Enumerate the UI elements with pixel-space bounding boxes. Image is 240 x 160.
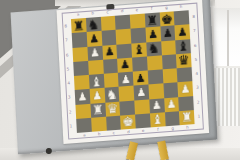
chess-board-sheet: abcdefgh abcdefgh 87654321 87654321 ♜♞♜♚… <box>56 0 209 144</box>
square-g5 <box>161 54 176 69</box>
square-d4: ♟ <box>118 72 133 87</box>
square-h4 <box>177 67 192 82</box>
coord-label-8: 8 <box>64 19 67 33</box>
coord-label-g: g <box>165 126 180 131</box>
square-e1 <box>135 113 150 128</box>
square-f6: ♞ <box>146 41 161 56</box>
white-pawn-e3: ♟ <box>134 85 149 100</box>
white-pawn-g2: ♟ <box>164 97 179 112</box>
square-h5: ♛ <box>176 53 191 68</box>
coord-label-7: 7 <box>193 24 196 38</box>
white-pawn-d4: ♟ <box>118 72 133 87</box>
coord-label-e: e <box>129 8 144 13</box>
coord-label-d: d <box>115 9 130 14</box>
white-pawn-a3: ♟ <box>75 89 90 104</box>
coord-label-f: f <box>144 6 159 11</box>
black-rook-f8: ♜ <box>145 12 160 27</box>
square-a7 <box>72 32 87 47</box>
coord-label-3: 3 <box>68 91 71 105</box>
photo-scene: abcdefgh abcdefgh 87654321 87654321 ♜♞♜♚… <box>0 0 240 160</box>
coord-label-2: 2 <box>197 95 200 109</box>
square-d3 <box>119 86 134 101</box>
coord-label-h: h <box>180 125 195 130</box>
square-h8 <box>174 10 189 25</box>
black-pawn-e4: ♟ <box>133 70 148 85</box>
square-h3: ♟ <box>178 81 193 96</box>
square-d6 <box>117 43 132 58</box>
coord-label-8: 8 <box>192 10 195 24</box>
square-d1: ♚ <box>120 114 135 129</box>
coord-label-1: 1 <box>197 109 200 123</box>
white-pawn-b6: ♟ <box>87 45 102 60</box>
square-c5 <box>103 58 118 73</box>
coord-label-c: c <box>106 131 121 136</box>
coord-label-2: 2 <box>68 105 71 119</box>
square-f5 <box>147 55 162 70</box>
square-c2: ♛ <box>105 101 120 116</box>
square-c6: ♟ <box>102 44 117 59</box>
square-g1 <box>164 111 179 126</box>
square-f4 <box>148 69 163 84</box>
square-f8: ♜ <box>145 12 160 27</box>
black-knight-f6: ♞ <box>146 41 161 56</box>
square-g8: ♚ <box>159 11 174 26</box>
black-bishop-e6: ♝ <box>131 42 146 57</box>
square-g4 <box>162 68 177 83</box>
square-e8 <box>130 14 145 29</box>
black-pawn-d5: ♟ <box>117 57 132 72</box>
square-a4 <box>74 75 89 90</box>
square-b4: ♝ <box>89 74 104 89</box>
window-frame <box>227 10 229 68</box>
square-d7 <box>116 29 131 44</box>
square-c1 <box>106 115 121 130</box>
square-g7: ♟ <box>160 26 175 41</box>
coord-label-b: b <box>92 132 107 137</box>
coord-label-a: a <box>71 12 86 17</box>
coord-label-h: h <box>174 4 189 9</box>
coord-label-7: 7 <box>65 34 68 48</box>
square-b6: ♟ <box>87 45 102 60</box>
square-a6 <box>72 46 87 61</box>
square-c7 <box>101 30 116 45</box>
square-b8: ♞ <box>86 17 101 32</box>
white-pawn-h3: ♟ <box>178 81 193 96</box>
square-c8 <box>100 16 115 31</box>
square-e5 <box>132 56 147 71</box>
white-rook-h1: ♜ <box>179 110 194 125</box>
square-f1: ♝ <box>150 112 165 127</box>
white-bishop-b4: ♝ <box>89 74 104 89</box>
chess-board: ♜♞♜♚♟♟♟♟♟♟♝♞♝♟♛♝♟♟♟♟♞♟♟♜♛♟♟♚♝♜ <box>71 10 195 133</box>
square-a3: ♟ <box>75 89 90 104</box>
coord-label-5: 5 <box>194 52 197 66</box>
black-king-g8: ♚ <box>159 11 174 26</box>
black-pawn-b7: ♟ <box>86 31 101 46</box>
black-knight-b8: ♞ <box>86 17 101 32</box>
square-a8: ♜ <box>71 18 86 33</box>
square-g3 <box>163 82 178 97</box>
square-e2 <box>134 99 149 114</box>
square-g2: ♟ <box>164 97 179 112</box>
square-e3: ♟ <box>134 85 149 100</box>
magnet-clip <box>106 4 114 11</box>
square-a1 <box>76 118 91 133</box>
coord-label-d: d <box>121 129 136 134</box>
black-pawn-c6: ♟ <box>102 44 117 59</box>
square-h1: ♜ <box>179 110 194 125</box>
demo-board-panel: abcdefgh abcdefgh 87654321 87654321 ♜♞♜♚… <box>11 0 218 154</box>
coord-label-6: 6 <box>194 38 197 52</box>
coord-label-b: b <box>85 11 100 16</box>
coord-label-4: 4 <box>195 67 198 81</box>
white-rook-b2: ♜ <box>90 102 105 117</box>
coord-label-a: a <box>77 133 92 138</box>
square-b1 <box>91 116 106 131</box>
white-bishop-f1: ♝ <box>150 112 165 127</box>
square-d8 <box>115 15 130 30</box>
coord-label-1: 1 <box>69 119 72 133</box>
coord-label-e: e <box>136 128 151 133</box>
coord-label-c: c <box>100 10 115 15</box>
square-b7: ♟ <box>86 31 101 46</box>
coord-label-5: 5 <box>66 62 69 76</box>
square-a5 <box>73 61 88 76</box>
coord-label-f: f <box>151 127 166 132</box>
radiator <box>216 66 240 126</box>
coord-label-3: 3 <box>196 81 199 95</box>
black-queen-h5: ♛ <box>176 53 191 68</box>
black-pawn-g7: ♟ <box>160 26 175 41</box>
square-e6: ♝ <box>131 42 146 57</box>
coord-label-6: 6 <box>65 48 68 62</box>
white-queen-c2: ♛ <box>105 101 120 116</box>
square-c4 <box>103 73 118 88</box>
white-king-d1: ♚ <box>120 114 135 129</box>
coord-label-4: 4 <box>67 76 70 90</box>
square-b2: ♜ <box>90 102 105 117</box>
square-e4: ♟ <box>133 70 148 85</box>
square-g6 <box>161 40 176 55</box>
square-f3 <box>148 84 163 99</box>
black-rook-a8: ♜ <box>71 18 86 33</box>
square-d5: ♟ <box>117 57 132 72</box>
coord-label-g: g <box>159 5 174 10</box>
square-a2 <box>75 103 90 118</box>
square-b5 <box>88 60 103 75</box>
